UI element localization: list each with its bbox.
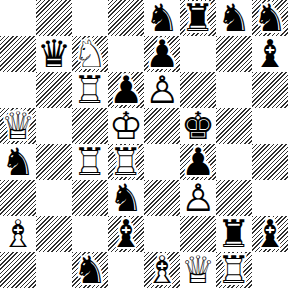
square-b7[interactable]: ♛	[36, 36, 72, 72]
square-g8[interactable]: ♞	[216, 0, 252, 36]
square-b3[interactable]	[36, 180, 72, 216]
square-c2[interactable]	[72, 216, 108, 252]
square-h6[interactable]	[252, 72, 288, 108]
square-d2[interactable]: ♝	[108, 216, 144, 252]
square-a5[interactable]: ♛♕	[0, 108, 36, 144]
square-e5[interactable]	[144, 108, 180, 144]
white-king-d5[interactable]: ♚♔	[108, 108, 144, 144]
square-f5[interactable]: ♚	[180, 108, 216, 144]
white-pawn-f3[interactable]: ♟♙	[180, 180, 216, 216]
square-g6[interactable]	[216, 72, 252, 108]
square-b5[interactable]	[36, 108, 72, 144]
square-a8[interactable]	[0, 0, 36, 36]
white-queen-a5[interactable]: ♛♕	[0, 108, 36, 144]
white-piece-outline-glyph: ♗	[145, 251, 179, 288]
chess-board: ♞♜♞♞♛♞♘♟♝♜♖♟♟♙♛♕♚♔♚♞♜♖♜♖♟♞♟♙♝♗♝♜♝♞♝♗♛♕♜♖	[0, 0, 288, 288]
square-d5[interactable]: ♚♔	[108, 108, 144, 144]
square-e6[interactable]: ♟♙	[144, 72, 180, 108]
black-piece-glyph: ♜	[181, 0, 215, 37]
square-c7[interactable]: ♞♘	[72, 36, 108, 72]
square-h3[interactable]	[252, 180, 288, 216]
square-d4[interactable]: ♜♖	[108, 144, 144, 180]
square-d6[interactable]: ♟	[108, 72, 144, 108]
black-piece-glyph: ♛	[37, 35, 71, 73]
black-bishop-h2[interactable]: ♝	[252, 216, 288, 252]
black-piece-glyph: ♞	[73, 251, 107, 288]
black-pawn-e7[interactable]: ♟	[144, 36, 180, 72]
white-piece-outline-glyph: ♙	[181, 179, 215, 217]
black-knight-a4[interactable]: ♞	[0, 144, 36, 180]
square-c8[interactable]	[72, 0, 108, 36]
black-king-f5[interactable]: ♚	[180, 108, 216, 144]
black-piece-glyph: ♞	[1, 143, 35, 181]
square-d3[interactable]: ♞	[108, 180, 144, 216]
black-knight-d3[interactable]: ♞	[108, 180, 144, 216]
square-c1[interactable]: ♞	[72, 252, 108, 288]
square-g4[interactable]	[216, 144, 252, 180]
black-piece-glyph: ♞	[217, 0, 251, 37]
black-piece-glyph: ♝	[109, 215, 143, 253]
square-b8[interactable]	[36, 0, 72, 36]
square-e2[interactable]	[144, 216, 180, 252]
square-h2[interactable]: ♝	[252, 216, 288, 252]
white-bishop-e1[interactable]: ♝♗	[144, 252, 180, 288]
square-a4[interactable]: ♞	[0, 144, 36, 180]
square-a1[interactable]	[0, 252, 36, 288]
white-piece-outline-glyph: ♕	[181, 251, 215, 288]
white-rook-d4[interactable]: ♜♖	[108, 144, 144, 180]
square-h1[interactable]	[252, 252, 288, 288]
square-f8[interactable]: ♜	[180, 0, 216, 36]
white-piece-outline-glyph: ♙	[145, 71, 179, 109]
square-e4[interactable]	[144, 144, 180, 180]
white-rook-c4[interactable]: ♜♖	[72, 144, 108, 180]
square-f4[interactable]: ♟	[180, 144, 216, 180]
white-pawn-e6[interactable]: ♟♙	[144, 72, 180, 108]
square-g1[interactable]: ♜♖	[216, 252, 252, 288]
square-d7[interactable]	[108, 36, 144, 72]
square-f2[interactable]	[180, 216, 216, 252]
square-e7[interactable]: ♟	[144, 36, 180, 72]
square-c5[interactable]	[72, 108, 108, 144]
square-b6[interactable]	[36, 72, 72, 108]
square-g3[interactable]	[216, 180, 252, 216]
black-rook-g2[interactable]: ♜	[216, 216, 252, 252]
square-d1[interactable]	[108, 252, 144, 288]
square-g2[interactable]: ♜	[216, 216, 252, 252]
square-f3[interactable]: ♟♙	[180, 180, 216, 216]
square-b4[interactable]	[36, 144, 72, 180]
white-piece-outline-glyph: ♖	[73, 71, 107, 109]
square-c3[interactable]	[72, 180, 108, 216]
square-f6[interactable]	[180, 72, 216, 108]
square-h5[interactable]	[252, 108, 288, 144]
white-knight-c7[interactable]: ♞♘	[72, 36, 108, 72]
square-e3[interactable]	[144, 180, 180, 216]
square-f7[interactable]	[180, 36, 216, 72]
square-f1[interactable]: ♛♕	[180, 252, 216, 288]
white-bishop-a2[interactable]: ♝♗	[0, 216, 36, 252]
square-g7[interactable]	[216, 36, 252, 72]
white-piece-outline-glyph: ♖	[73, 143, 107, 181]
square-e8[interactable]: ♞	[144, 0, 180, 36]
white-piece-outline-glyph: ♗	[1, 215, 35, 253]
white-rook-c6[interactable]: ♜♖	[72, 72, 108, 108]
black-bishop-d2[interactable]: ♝	[108, 216, 144, 252]
black-knight-e8[interactable]: ♞	[144, 0, 180, 36]
square-b2[interactable]	[36, 216, 72, 252]
square-a7[interactable]	[0, 36, 36, 72]
square-c4[interactable]: ♜♖	[72, 144, 108, 180]
black-bishop-h7[interactable]: ♝	[252, 36, 288, 72]
black-knight-g8[interactable]: ♞	[216, 0, 252, 36]
square-e1[interactable]: ♝♗	[144, 252, 180, 288]
square-b1[interactable]	[36, 252, 72, 288]
white-queen-f1[interactable]: ♛♕	[180, 252, 216, 288]
square-a3[interactable]	[0, 180, 36, 216]
square-h8[interactable]: ♞	[252, 0, 288, 36]
square-a2[interactable]: ♝♗	[0, 216, 36, 252]
black-piece-glyph: ♝	[253, 35, 287, 73]
square-d8[interactable]	[108, 0, 144, 36]
square-h4[interactable]	[252, 144, 288, 180]
square-g5[interactable]	[216, 108, 252, 144]
black-piece-glyph: ♝	[253, 215, 287, 253]
black-rook-f8[interactable]: ♜	[180, 0, 216, 36]
black-pawn-d6[interactable]: ♟	[108, 72, 144, 108]
white-piece-outline-glyph: ♖	[217, 251, 251, 288]
black-queen-b7[interactable]: ♛	[36, 36, 72, 72]
square-h7[interactable]: ♝	[252, 36, 288, 72]
black-knight-c1[interactable]: ♞	[72, 252, 108, 288]
white-rook-g1[interactable]: ♜♖	[216, 252, 252, 288]
black-pawn-f4[interactable]: ♟	[180, 144, 216, 180]
square-a6[interactable]	[0, 72, 36, 108]
black-knight-h8[interactable]: ♞	[252, 0, 288, 36]
square-c6[interactable]: ♜♖	[72, 72, 108, 108]
